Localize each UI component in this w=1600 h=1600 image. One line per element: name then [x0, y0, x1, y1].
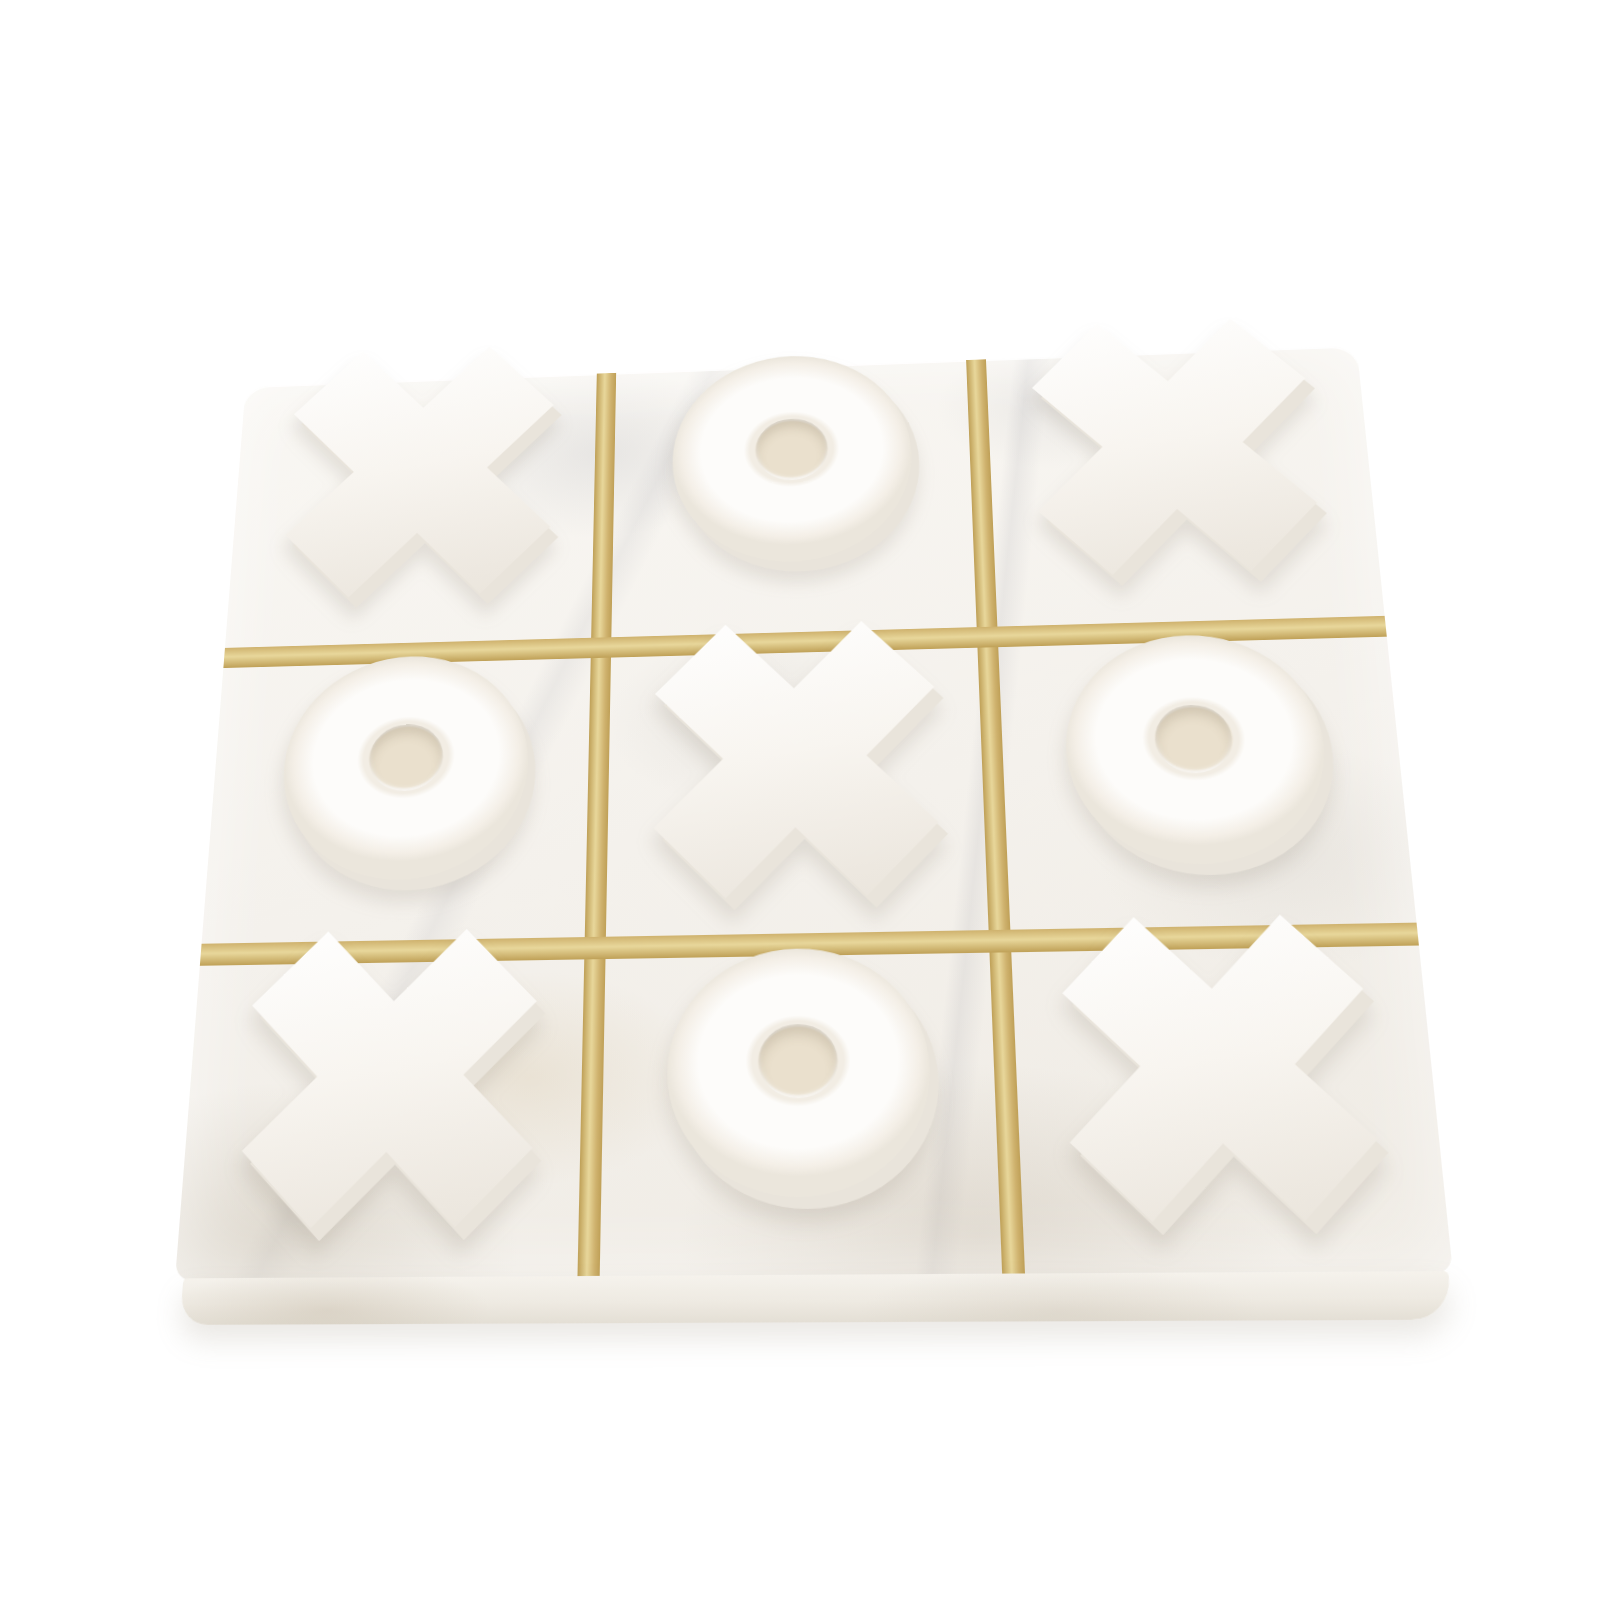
cell-r3c1[interactable] [175, 948, 595, 1281]
piece-o[interactable] [666, 947, 933, 1198]
cell-r3c2[interactable] [589, 941, 1015, 1278]
o-center-hole [1153, 704, 1235, 774]
cell-r3c3[interactable] [1001, 934, 1453, 1276]
piece-x[interactable] [228, 920, 548, 1238]
tic-tac-toe-board [175, 346, 1453, 1281]
cell-r2c2[interactable] [595, 637, 1001, 948]
o-center-hole [756, 417, 828, 481]
piece-o[interactable] [277, 653, 532, 882]
piece-x[interactable] [1021, 309, 1332, 585]
cell-r1c3[interactable] [977, 346, 1386, 637]
x-cross-shape [967, 262, 1379, 638]
product-photo-background [0, 0, 1600, 1600]
piece-x[interactable] [1050, 905, 1395, 1232]
o-center-hole [368, 723, 444, 791]
piece-x[interactable] [273, 337, 563, 607]
board-front-edge [180, 1271, 1454, 1325]
cell-r2c1[interactable] [201, 648, 601, 955]
board-perspective-wrapper [175, 346, 1453, 1281]
cell-r2c3[interactable] [988, 626, 1417, 941]
o-center-hole [758, 1023, 837, 1098]
cell-r1c2[interactable] [601, 360, 988, 648]
cell-r1c1[interactable] [224, 373, 606, 658]
piece-o[interactable] [672, 352, 915, 565]
piece-x[interactable] [645, 611, 950, 907]
board-cells [175, 346, 1453, 1281]
piece-o[interactable] [1060, 632, 1334, 866]
x-cross-shape [226, 291, 618, 659]
